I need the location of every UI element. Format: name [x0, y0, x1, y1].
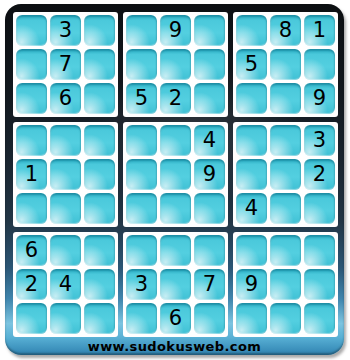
cell-r7c3[interactable]: [84, 235, 115, 266]
cell-r8c3[interactable]: [84, 269, 115, 300]
box-9: 9: [233, 232, 338, 337]
cell-r8c6[interactable]: 7: [194, 269, 225, 300]
cell-r6c7[interactable]: 4: [236, 193, 267, 224]
cell-r1c4[interactable]: [126, 15, 157, 46]
cell-r8c1[interactable]: 2: [16, 269, 47, 300]
cell-r9c5[interactable]: 6: [160, 303, 191, 334]
cell-r9c8[interactable]: [270, 303, 301, 334]
box-8: 376: [123, 232, 228, 337]
cell-r9c1[interactable]: [16, 303, 47, 334]
cell-r1c7[interactable]: [236, 15, 267, 46]
cell-r2c2[interactable]: 7: [50, 49, 81, 80]
cell-r4c5[interactable]: [160, 125, 191, 156]
cell-r5c2[interactable]: [50, 159, 81, 190]
cell-r7c7[interactable]: [236, 235, 267, 266]
page: 37695281591493246243769 www.sudokusweb.c…: [0, 0, 350, 360]
cell-r7c6[interactable]: [194, 235, 225, 266]
cell-r5c5[interactable]: [160, 159, 191, 190]
cell-r7c5[interactable]: [160, 235, 191, 266]
cell-r4c9[interactable]: 3: [304, 125, 335, 156]
cell-r9c2[interactable]: [50, 303, 81, 334]
cell-r1c6[interactable]: [194, 15, 225, 46]
cell-r1c1[interactable]: [16, 15, 47, 46]
cell-r9c3[interactable]: [84, 303, 115, 334]
cell-r2c5[interactable]: [160, 49, 191, 80]
cell-r7c2[interactable]: [50, 235, 81, 266]
cell-r2c7[interactable]: 5: [236, 49, 267, 80]
cell-r8c7[interactable]: 9: [236, 269, 267, 300]
box-7: 624: [13, 232, 118, 337]
cell-r1c8[interactable]: 8: [270, 15, 301, 46]
cell-r7c8[interactable]: [270, 235, 301, 266]
cell-r8c5[interactable]: [160, 269, 191, 300]
box-4: 1: [13, 122, 118, 227]
cell-r7c4[interactable]: [126, 235, 157, 266]
cell-r6c2[interactable]: [50, 193, 81, 224]
cell-r5c3[interactable]: [84, 159, 115, 190]
cell-r6c6[interactable]: [194, 193, 225, 224]
cell-r3c4[interactable]: 5: [126, 83, 157, 114]
cell-r8c8[interactable]: [270, 269, 301, 300]
cell-r1c5[interactable]: 9: [160, 15, 191, 46]
cell-r3c5[interactable]: 2: [160, 83, 191, 114]
cell-r2c6[interactable]: [194, 49, 225, 80]
cell-r6c5[interactable]: [160, 193, 191, 224]
cell-r6c9[interactable]: [304, 193, 335, 224]
cell-r6c4[interactable]: [126, 193, 157, 224]
cell-r7c1[interactable]: 6: [16, 235, 47, 266]
cell-r3c9[interactable]: 9: [304, 83, 335, 114]
cell-r1c2[interactable]: 3: [50, 15, 81, 46]
cell-r1c9[interactable]: 1: [304, 15, 335, 46]
cell-r3c1[interactable]: [16, 83, 47, 114]
cell-r8c4[interactable]: 3: [126, 269, 157, 300]
cell-r3c8[interactable]: [270, 83, 301, 114]
box-6: 324: [233, 122, 338, 227]
cell-r6c1[interactable]: [16, 193, 47, 224]
cell-r6c8[interactable]: [270, 193, 301, 224]
cell-r5c7[interactable]: [236, 159, 267, 190]
cell-r4c1[interactable]: [16, 125, 47, 156]
cell-r4c2[interactable]: [50, 125, 81, 156]
cell-r3c7[interactable]: [236, 83, 267, 114]
cell-r2c9[interactable]: [304, 49, 335, 80]
cell-r7c9[interactable]: [304, 235, 335, 266]
cell-r5c1[interactable]: 1: [16, 159, 47, 190]
box-2: 952: [123, 12, 228, 117]
cell-r4c3[interactable]: [84, 125, 115, 156]
sudoku-board: 37695281591493246243769: [13, 12, 338, 337]
footer: www.sudokusweb.com: [5, 336, 344, 355]
cell-r2c3[interactable]: [84, 49, 115, 80]
cell-r2c8[interactable]: [270, 49, 301, 80]
box-3: 8159: [233, 12, 338, 117]
cell-r8c2[interactable]: 4: [50, 269, 81, 300]
cell-r6c3[interactable]: [84, 193, 115, 224]
cell-r5c4[interactable]: [126, 159, 157, 190]
cell-r3c2[interactable]: 6: [50, 83, 81, 114]
board-frame: 37695281591493246243769 www.sudokusweb.c…: [5, 4, 344, 355]
cell-r5c8[interactable]: [270, 159, 301, 190]
footer-url[interactable]: www.sudokusweb.com: [88, 338, 261, 355]
cell-r4c7[interactable]: [236, 125, 267, 156]
cell-r3c3[interactable]: [84, 83, 115, 114]
cell-r9c6[interactable]: [194, 303, 225, 334]
cell-r2c4[interactable]: [126, 49, 157, 80]
cell-r1c3[interactable]: [84, 15, 115, 46]
cell-r9c9[interactable]: [304, 303, 335, 334]
cell-r8c9[interactable]: [304, 269, 335, 300]
cell-r5c9[interactable]: 2: [304, 159, 335, 190]
box-1: 376: [13, 12, 118, 117]
cell-r4c6[interactable]: 4: [194, 125, 225, 156]
cell-r4c8[interactable]: [270, 125, 301, 156]
cell-r3c6[interactable]: [194, 83, 225, 114]
cell-r2c1[interactable]: [16, 49, 47, 80]
cell-r5c6[interactable]: 9: [194, 159, 225, 190]
cell-r4c4[interactable]: [126, 125, 157, 156]
cell-r9c4[interactable]: [126, 303, 157, 334]
box-5: 49: [123, 122, 228, 227]
cell-r9c7[interactable]: [236, 303, 267, 334]
